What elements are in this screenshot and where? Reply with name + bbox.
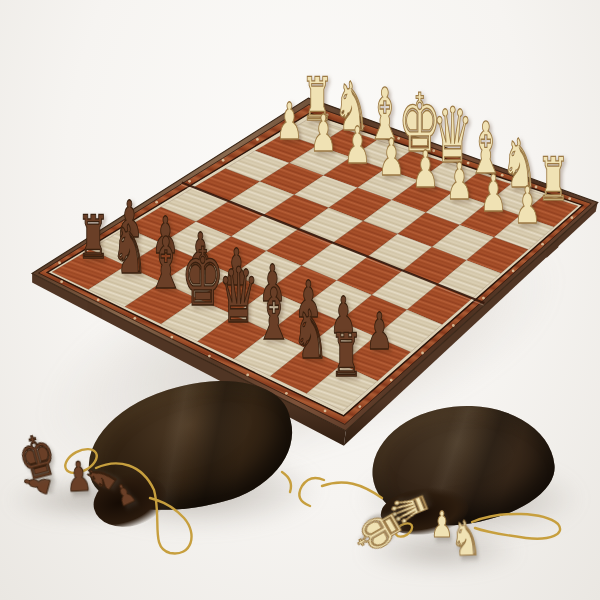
cord-ring xyxy=(393,521,414,540)
cord-loop xyxy=(299,478,324,506)
cord-loop xyxy=(472,514,560,539)
cord-ring xyxy=(61,444,100,478)
chess-set-photo: ♜♞♝♚♛♝♞♜♟♟♟♟♟♟♟♟♟♟♟♟♟♟♟♟♜♞♝♚♛♝♞♜ ♟♚♟♞♟ ♛… xyxy=(0,0,600,600)
cord-loop xyxy=(96,463,192,553)
cord-tail xyxy=(282,472,291,492)
drawstring-cords xyxy=(0,0,600,600)
cord-strand xyxy=(322,482,382,498)
